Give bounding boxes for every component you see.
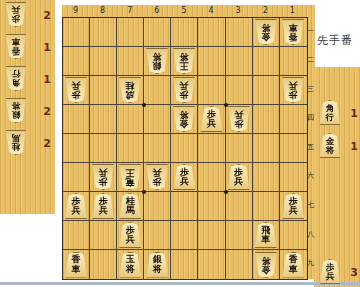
square-6-4[interactable]: [144, 105, 171, 134]
square-7-7[interactable]: 桂馬: [117, 192, 144, 221]
square-4-5[interactable]: [198, 134, 225, 163]
piece-char: 将: [326, 146, 335, 155]
shogi-app: { "game": "shogi", "turn_label": "先手番", …: [0, 0, 360, 287]
piece-char: 将: [261, 255, 270, 265]
hand-count: 1: [43, 73, 51, 86]
square-4-7[interactable]: [198, 192, 225, 221]
square-6-6[interactable]: 歩兵: [144, 163, 171, 192]
square-3-4[interactable]: 歩兵: [226, 105, 253, 134]
piece-char: 車: [72, 265, 81, 275]
square-3-5[interactable]: [226, 134, 253, 163]
star-point: [224, 103, 228, 107]
square-7-3[interactable]: 成桂: [117, 76, 144, 105]
piece-char: 兵: [180, 177, 189, 187]
square-6-3[interactable]: [144, 76, 171, 105]
piece-char: 金: [180, 119, 189, 129]
gote-hand-slot-5: [0, 160, 55, 190]
sente-hand-slot-5: [314, 226, 360, 257]
piece-歩兵-13-gote[interactable]: 歩兵: [281, 77, 305, 103]
piece-歩兵-66-gote[interactable]: 歩兵: [145, 164, 169, 190]
hand-count: 2: [43, 9, 51, 22]
piece-歩兵-36-sente[interactable]: 歩兵: [227, 164, 251, 190]
file-label-4: 4: [197, 5, 224, 17]
piece-char: 兵: [234, 177, 243, 187]
square-5-4[interactable]: 金将: [171, 105, 198, 134]
piece-char: 車: [12, 38, 21, 47]
piece-金将-29-gote[interactable]: 金将: [254, 252, 278, 278]
piece-char: 金: [261, 32, 270, 42]
square-3-8[interactable]: [226, 221, 253, 250]
square-3-9[interactable]: [226, 250, 253, 279]
piece-char: 兵: [12, 6, 21, 15]
piece-char: 将: [126, 265, 135, 275]
piece-char: 将: [153, 52, 162, 62]
piece-歩兵-17-sente[interactable]: 歩兵: [281, 193, 305, 219]
square-5-1[interactable]: [171, 18, 198, 47]
square-3-3[interactable]: [226, 76, 253, 105]
piece-char: 兵: [99, 206, 108, 216]
piece-char: 歩: [153, 177, 162, 187]
piece-char: 将: [261, 23, 270, 33]
piece-香車-99-sente[interactable]: 香車: [64, 252, 88, 278]
piece-char: 香: [289, 32, 298, 42]
piece-玉将-79-sente[interactable]: 玉将: [118, 252, 142, 278]
file-label-3: 3: [225, 5, 252, 17]
file-label-5: 5: [170, 5, 197, 17]
piece-char: 兵: [234, 110, 243, 120]
piece-char: 兵: [289, 81, 298, 91]
square-4-6[interactable]: [198, 163, 225, 192]
square-6-9[interactable]: 銀将: [144, 250, 171, 279]
sente-hand-slot-4: [314, 195, 360, 226]
piece-char: 車: [289, 23, 298, 33]
square-8-5[interactable]: [90, 134, 117, 163]
piece-char: 竜: [126, 177, 135, 187]
square-8-3[interactable]: [90, 76, 117, 105]
square-9-9[interactable]: 香車: [63, 250, 90, 279]
square-7-9[interactable]: 玉将: [117, 250, 144, 279]
square-5-9[interactable]: [171, 250, 198, 279]
piece-char: 桂: [126, 81, 135, 91]
piece-char: 歩: [180, 90, 189, 100]
piece-char: 兵: [326, 272, 335, 281]
hand-count: 1: [43, 41, 51, 54]
square-6-8[interactable]: [144, 221, 171, 250]
square-7-1[interactable]: [117, 18, 144, 47]
square-6-1[interactable]: [144, 18, 171, 47]
piece-香車-11-gote[interactable]: 香車: [281, 19, 305, 45]
piece-char: 歩: [12, 15, 21, 24]
sente-hand-slot-1[interactable]: 角行1: [314, 100, 360, 131]
piece-char: 兵: [153, 168, 162, 178]
piece-金将-54-gote[interactable]: 金将: [172, 106, 196, 132]
square-5-6[interactable]: 歩兵: [171, 163, 198, 192]
piece-char: 銀: [153, 61, 162, 71]
square-3-6[interactable]: 歩兵: [226, 163, 253, 192]
square-3-2[interactable]: [226, 47, 253, 76]
sente-hand-piece-歩兵[interactable]: 歩兵: [319, 259, 341, 284]
piece-歩兵-44-sente[interactable]: 歩兵: [200, 106, 224, 132]
square-4-2[interactable]: [198, 47, 225, 76]
sente-hand-slot-3: [314, 164, 360, 195]
piece-char: 兵: [72, 206, 81, 216]
square-7-2[interactable]: [117, 47, 144, 76]
piece-歩兵-86-gote[interactable]: 歩兵: [91, 164, 115, 190]
gote-hand-slot-4[interactable]: 桂馬2: [0, 130, 55, 160]
piece-char: 兵: [72, 81, 81, 91]
square-7-4[interactable]: [117, 105, 144, 134]
piece-桂馬-77-sente[interactable]: 桂馬: [118, 193, 142, 219]
piece-歩兵-87-sente[interactable]: 歩兵: [91, 193, 115, 219]
square-2-8[interactable]: 飛車: [253, 221, 280, 250]
piece-char: 馬: [126, 206, 135, 216]
piece-char: 角: [12, 79, 21, 88]
piece-char: 歩: [234, 119, 243, 129]
square-8-1[interactable]: [90, 18, 117, 47]
square-2-3[interactable]: [253, 76, 280, 105]
square-2-5[interactable]: [253, 134, 280, 163]
gote-hand-slot-1[interactable]: 香車1: [0, 34, 55, 64]
piece-香車-19-sente[interactable]: 香車: [281, 252, 305, 278]
piece-char: 将: [12, 102, 21, 111]
star-point: [224, 190, 228, 194]
gote-hand-slot-2[interactable]: 角行1: [0, 66, 55, 96]
window-edge: [0, 282, 360, 285]
piece-char: 歩: [72, 90, 81, 100]
square-9-2[interactable]: [63, 47, 90, 76]
piece-銀将-62-gote[interactable]: 銀将: [145, 48, 169, 74]
piece-char: 兵: [289, 206, 298, 216]
hand-count: 2: [43, 105, 51, 118]
piece-歩兵-97-sente[interactable]: 歩兵: [64, 193, 88, 219]
square-2-1[interactable]: 金将: [253, 18, 280, 47]
file-label-6: 6: [143, 5, 170, 17]
square-8-7[interactable]: 歩兵: [90, 192, 117, 221]
file-label-8: 8: [89, 5, 116, 17]
gote-hand-piece-歩兵[interactable]: 歩兵: [5, 2, 27, 27]
piece-char: 馬: [12, 134, 21, 143]
sente-hand-slot-2[interactable]: 金将1: [314, 133, 360, 164]
square-9-8[interactable]: [63, 221, 90, 250]
square-3-7[interactable]: [226, 192, 253, 221]
piece-char: 兵: [99, 168, 108, 178]
square-8-2[interactable]: [90, 47, 117, 76]
piece-成桂-73-gote[interactable]: 成桂: [118, 77, 142, 103]
square-5-5[interactable]: [171, 134, 198, 163]
square-6-7[interactable]: [144, 192, 171, 221]
square-8-9[interactable]: [90, 250, 117, 279]
gote-hand-slot-6: [0, 190, 55, 220]
square-5-2[interactable]: 王将: [171, 47, 198, 76]
piece-char: 王: [180, 61, 189, 71]
piece-char: 歩: [99, 177, 108, 187]
square-4-3[interactable]: [198, 76, 225, 105]
hand-count: 2: [43, 137, 51, 150]
square-4-8[interactable]: [198, 221, 225, 250]
piece-竜王-76-gote[interactable]: 竜王: [118, 164, 142, 190]
piece-歩兵-56-sente[interactable]: 歩兵: [172, 164, 196, 190]
square-7-8[interactable]: 歩兵: [117, 221, 144, 250]
square-9-4[interactable]: [63, 105, 90, 134]
piece-char: 桂: [12, 143, 21, 152]
square-1-6[interactable]: [280, 163, 307, 192]
piece-char: 将: [180, 52, 189, 62]
piece-char: 将: [153, 265, 162, 275]
piece-char: 兵: [126, 235, 135, 245]
piece-char: 兵: [207, 119, 216, 129]
gote-hand-slot-0[interactable]: 歩兵2: [0, 2, 55, 32]
gote-hand-piece-銀将[interactable]: 銀将: [5, 98, 27, 123]
square-9-1[interactable]: [63, 18, 90, 47]
square-1-1[interactable]: 香車: [280, 18, 307, 47]
piece-金将-21-gote[interactable]: 金将: [254, 19, 278, 45]
square-2-7[interactable]: [253, 192, 280, 221]
square-7-5[interactable]: [117, 134, 144, 163]
sente-hand-piece-角行[interactable]: 角行: [319, 100, 341, 125]
square-2-4[interactable]: [253, 105, 280, 134]
star-point: [142, 190, 146, 194]
sente-hand-stand: 角行1金将1歩兵3: [314, 67, 360, 287]
square-7-6[interactable]: 竜王: [117, 163, 144, 192]
piece-王将-52-gote[interactable]: 王将: [172, 48, 196, 74]
square-3-1[interactable]: [226, 18, 253, 47]
piece-char: 銀: [12, 111, 21, 120]
hand-count: 3: [350, 266, 358, 279]
file-label-1: 1: [279, 5, 306, 17]
shogi-board: 金将香車銀将王将歩兵成桂歩兵歩兵金将歩兵歩兵歩兵竜王歩兵歩兵歩兵歩兵歩兵桂馬歩兵…: [62, 17, 308, 280]
piece-char: 将: [180, 110, 189, 120]
star-point: [142, 103, 146, 107]
square-4-9[interactable]: [198, 250, 225, 279]
square-2-6[interactable]: [253, 163, 280, 192]
square-9-5[interactable]: [63, 134, 90, 163]
file-label-7: 7: [116, 5, 143, 17]
piece-char: 歩: [289, 90, 298, 100]
file-labels: 987654321: [62, 5, 306, 17]
square-9-6[interactable]: [63, 163, 90, 192]
piece-歩兵-53-gote[interactable]: 歩兵: [172, 77, 196, 103]
square-1-4[interactable]: [280, 105, 307, 134]
piece-char: 車: [289, 265, 298, 275]
square-1-3[interactable]: 歩兵: [280, 76, 307, 105]
file-label-2: 2: [252, 5, 279, 17]
square-2-2[interactable]: [253, 47, 280, 76]
piece-char: 成: [126, 90, 135, 100]
file-label-9: 9: [62, 5, 89, 17]
square-1-5[interactable]: [280, 134, 307, 163]
piece-飛車-28-sente[interactable]: 飛車: [254, 222, 278, 248]
square-9-3[interactable]: 歩兵: [63, 76, 90, 105]
hand-count: 1: [350, 107, 358, 120]
piece-歩兵-93-gote[interactable]: 歩兵: [64, 77, 88, 103]
piece-char: 行: [326, 113, 335, 122]
piece-char: 香: [12, 47, 21, 56]
square-2-9[interactable]: 金将: [253, 250, 280, 279]
square-1-8[interactable]: [280, 221, 307, 250]
gote-hand-slot-3[interactable]: 銀将2: [0, 98, 55, 128]
square-1-7[interactable]: 歩兵: [280, 192, 307, 221]
square-9-7[interactable]: 歩兵: [63, 192, 90, 221]
gote-hand-piece-角行[interactable]: 角行: [5, 66, 27, 91]
square-6-5[interactable]: [144, 134, 171, 163]
square-8-4[interactable]: [90, 105, 117, 134]
sente-hand-piece-金将[interactable]: 金将: [319, 133, 341, 158]
square-1-9[interactable]: 香車: [280, 250, 307, 279]
square-4-1[interactable]: [198, 18, 225, 47]
piece-銀将-69-sente[interactable]: 銀将: [145, 252, 169, 278]
hand-count: 1: [350, 140, 358, 153]
turn-indicator: 先手番: [317, 33, 360, 48]
square-1-2[interactable]: [280, 47, 307, 76]
gote-hand-stand: 歩兵2香車1角行1銀将2桂馬2: [0, 0, 55, 214]
piece-歩兵-34-gote[interactable]: 歩兵: [227, 106, 251, 132]
piece-char: 車: [261, 235, 270, 245]
square-8-6[interactable]: 歩兵: [90, 163, 117, 192]
piece-char: 行: [12, 70, 21, 79]
square-5-8[interactable]: [171, 221, 198, 250]
square-6-2[interactable]: 銀将: [144, 47, 171, 76]
piece-char: 兵: [180, 81, 189, 91]
sente-hand-slot-0: [314, 67, 360, 98]
gote-hand-piece-桂馬[interactable]: 桂馬: [5, 130, 27, 155]
square-5-7[interactable]: [171, 192, 198, 221]
gote-hand-piece-香車[interactable]: 香車: [5, 34, 27, 59]
piece-歩兵-78-sente[interactable]: 歩兵: [118, 222, 142, 248]
square-4-4[interactable]: 歩兵: [198, 105, 225, 134]
square-5-3[interactable]: 歩兵: [171, 76, 198, 105]
square-8-8[interactable]: [90, 221, 117, 250]
piece-char: 王: [126, 168, 135, 178]
